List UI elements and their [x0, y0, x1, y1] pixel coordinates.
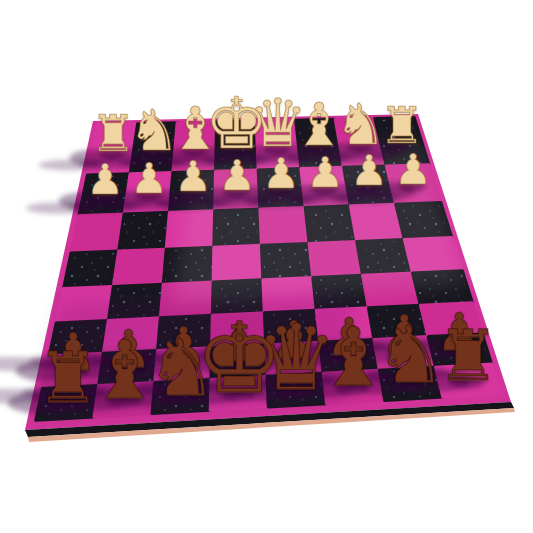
- piece-shadow: [38, 160, 100, 171]
- square-b6: [368, 305, 428, 339]
- piece-shadow: [26, 202, 92, 213]
- photo-canvas: ♜♞♝♛♚♝♞♜♟♟♟♟♟♟♟♟♟♟♟♟♟♟♟♟♜♞♝♛♚♞♝♜: [0, 0, 533, 533]
- square-g4: [113, 249, 166, 286]
- chess-board: [0, 0, 533, 533]
- sunlight-wash: [174, 143, 467, 305]
- square-h3: [71, 214, 124, 253]
- square-h4: [64, 251, 119, 289]
- square-a6: [420, 303, 482, 337]
- square-g3: [119, 212, 170, 251]
